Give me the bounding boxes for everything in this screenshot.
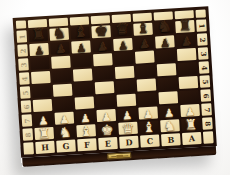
square: ♟ (134, 37, 154, 50)
square: ♛ (112, 24, 132, 37)
piece-light-knight: ♞ (160, 118, 180, 133)
piece-dark-rook: ♜ (175, 18, 195, 34)
square (73, 68, 93, 81)
square: ♟ (75, 110, 95, 123)
square (31, 71, 51, 84)
square: ♜ (181, 118, 201, 131)
chess-box: 1♜♞♝♚♛♝♞♜12♟♟♟♟♟♟♟♟2334455667♟♟♟♟♟♟♟♟78♜… (13, 6, 218, 167)
rank-label-right: 4 (199, 61, 210, 74)
piece-dark-knight: ♞ (49, 26, 69, 42)
square (94, 67, 114, 80)
square (114, 52, 134, 65)
square (115, 66, 135, 79)
rank-label-right: 1 (196, 19, 207, 32)
square: ♞ (160, 119, 180, 132)
piece-light-pawn: ♟ (180, 106, 200, 118)
square (117, 94, 137, 107)
square (179, 90, 199, 103)
piece-light-pawn: ♟ (76, 112, 96, 124)
square (177, 48, 197, 61)
square: ♜ (28, 29, 48, 42)
frame-tile (91, 15, 110, 24)
piece-light-pawn: ♟ (55, 114, 75, 126)
piece-dark-pawn: ♟ (71, 42, 91, 54)
square (158, 91, 178, 104)
file-label: A (182, 132, 202, 145)
rank-label-left: 2 (17, 44, 28, 57)
rank-label-right: 6 (200, 89, 211, 102)
rank-label-left: 6 (21, 100, 32, 113)
square: ♟ (155, 35, 175, 48)
square (179, 76, 199, 89)
square (158, 77, 178, 90)
square (96, 95, 116, 108)
piece-dark-pawn: ♟ (155, 37, 175, 49)
rank-label-right: 2 (197, 33, 208, 46)
piece-dark-queen: ♛ (112, 22, 132, 38)
rank-label-right: 5 (200, 75, 211, 88)
rank-label-left: 8 (22, 128, 33, 141)
square (52, 70, 72, 83)
square: ♟ (176, 34, 196, 47)
frame-tile (49, 18, 68, 27)
square: ♟ (117, 108, 137, 121)
piece-light-king: ♚ (97, 122, 117, 137)
square (53, 84, 73, 97)
frame-tile (203, 131, 214, 144)
piece-dark-pawn: ♟ (29, 45, 49, 57)
piece-dark-rook: ♜ (28, 27, 48, 43)
square (93, 53, 113, 66)
brass-clasp-icon (107, 152, 131, 159)
square (137, 79, 157, 92)
square (135, 51, 155, 64)
square: ♟ (71, 40, 91, 53)
square (95, 81, 115, 94)
square: ♝ (70, 26, 90, 39)
piece-dark-pawn: ♟ (50, 44, 70, 56)
square: ♚ (97, 123, 117, 136)
piece-light-queen: ♛ (118, 121, 138, 136)
square (178, 62, 198, 75)
square: ♞ (49, 28, 69, 41)
file-label: D (119, 136, 139, 149)
square (74, 82, 94, 95)
square (137, 92, 157, 105)
file-label: B (161, 133, 181, 146)
square: ♟ (50, 42, 70, 55)
square: ♚ (91, 25, 111, 38)
frame-tile (175, 10, 194, 19)
piece-light-pawn: ♟ (97, 111, 117, 123)
rank-label-left: 1 (16, 30, 27, 43)
square (72, 54, 92, 67)
piece-light-knight: ♞ (55, 125, 75, 140)
rank-label-left: 7 (22, 114, 33, 127)
piece-dark-bishop: ♝ (70, 24, 90, 40)
frame-tile (23, 142, 34, 155)
square: ♟ (34, 113, 54, 126)
piece-light-bishop: ♝ (139, 119, 159, 134)
square: ♟ (92, 39, 112, 52)
square (32, 85, 52, 98)
square (75, 96, 95, 109)
file-label: E (98, 137, 118, 150)
square (51, 56, 71, 69)
piece-light-rook: ♜ (34, 126, 54, 141)
square: ♟ (159, 105, 179, 118)
rank-label-right: 7 (201, 103, 212, 116)
square: ♝ (76, 124, 96, 137)
rank-label-left: 3 (18, 58, 29, 71)
frame-tile (16, 20, 26, 29)
piece-dark-bishop: ♝ (133, 21, 153, 37)
file-label: F (77, 138, 97, 151)
frame-tile (195, 9, 205, 18)
frame-tile (28, 19, 47, 28)
piece-dark-pawn: ♟ (113, 40, 133, 52)
piece-light-pawn: ♟ (34, 115, 54, 127)
square: ♜ (34, 127, 54, 140)
file-label: C (140, 134, 160, 147)
square (156, 49, 176, 62)
piece-light-rook: ♜ (181, 117, 201, 132)
square: ♟ (180, 104, 200, 117)
square: ♞ (154, 21, 174, 34)
square: ♜ (175, 20, 195, 33)
piece-dark-pawn: ♟ (176, 36, 196, 48)
piece-dark-pawn: ♟ (92, 41, 112, 53)
square: ♛ (118, 122, 138, 135)
file-label: H (35, 141, 55, 154)
photo-background: 1♜♞♝♚♛♝♞♜12♟♟♟♟♟♟♟♟2334455667♟♟♟♟♟♟♟♟78♜… (0, 0, 230, 175)
square: ♟ (54, 112, 74, 125)
frame-tile (70, 16, 89, 25)
square: ♟ (138, 106, 158, 119)
frame-tile (112, 14, 131, 23)
piece-light-pawn: ♟ (117, 110, 137, 122)
piece-dark-knight: ♞ (154, 19, 174, 35)
piece-dark-pawn: ♟ (134, 39, 154, 51)
frame-tile (133, 13, 152, 22)
square (30, 57, 50, 70)
rank-label-left: 5 (20, 86, 31, 99)
board-grid: 1♜♞♝♚♛♝♞♜12♟♟♟♟♟♟♟♟2334455667♟♟♟♟♟♟♟♟78♜… (13, 6, 217, 158)
square (157, 63, 177, 76)
square (136, 65, 156, 78)
square (116, 80, 136, 93)
square (33, 99, 53, 112)
clasp-knob-icon (116, 154, 123, 157)
square: ♟ (29, 43, 49, 56)
frame-tile (154, 11, 173, 20)
square: ♟ (113, 38, 133, 51)
file-label: G (56, 140, 76, 153)
rank-label-right: 3 (198, 47, 209, 60)
square (54, 98, 74, 111)
square: ♝ (133, 23, 153, 36)
square: ♟ (96, 109, 116, 122)
rank-label-right: 8 (202, 117, 213, 130)
square: ♝ (139, 120, 159, 133)
piece-light-pawn: ♟ (138, 108, 158, 120)
piece-dark-king: ♚ (91, 23, 111, 39)
square: ♞ (55, 126, 75, 139)
piece-light-pawn: ♟ (159, 107, 179, 119)
piece-light-bishop: ♝ (76, 123, 96, 138)
rank-label-left: 4 (19, 72, 30, 85)
